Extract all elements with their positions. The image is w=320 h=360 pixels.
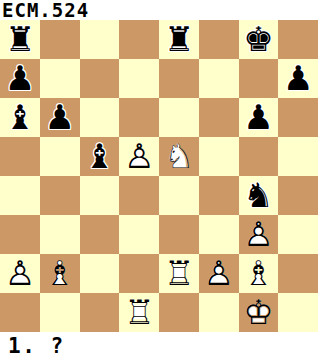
square-g8[interactable]: ♚ (239, 20, 279, 59)
piece-glyph-outline: ♙ (119, 137, 159, 176)
square-f6[interactable] (199, 98, 239, 137)
white-bishop: ♝♗ (239, 254, 279, 293)
square-d4[interactable] (119, 176, 159, 215)
square-g6[interactable]: ♟ (239, 98, 279, 137)
square-a5[interactable] (0, 137, 40, 176)
square-d5[interactable]: ♟♙ (119, 137, 159, 176)
white-rook: ♜♖ (119, 293, 159, 332)
white-pawn: ♟♙ (119, 137, 159, 176)
white-rook: ♜♖ (159, 254, 199, 293)
white-bishop: ♝♗ (40, 254, 80, 293)
square-f4[interactable] (199, 176, 239, 215)
black-pawn: ♟ (0, 59, 40, 98)
square-c1[interactable] (80, 293, 120, 332)
square-g3[interactable]: ♟♙ (239, 215, 279, 254)
square-h1[interactable] (278, 293, 318, 332)
square-e7[interactable] (159, 59, 199, 98)
square-f8[interactable] (199, 20, 239, 59)
square-a6[interactable]: ♝ (0, 98, 40, 137)
square-d8[interactable] (119, 20, 159, 59)
square-c7[interactable] (80, 59, 120, 98)
square-c4[interactable] (80, 176, 120, 215)
piece-glyph-outline: ♖ (119, 293, 159, 332)
square-a4[interactable] (0, 176, 40, 215)
piece-glyph-outline: ♙ (239, 215, 279, 254)
square-e1[interactable] (159, 293, 199, 332)
square-e8[interactable]: ♜ (159, 20, 199, 59)
square-d6[interactable] (119, 98, 159, 137)
square-c8[interactable] (80, 20, 120, 59)
square-e2[interactable]: ♜♖ (159, 254, 199, 293)
black-bishop: ♝ (0, 98, 40, 137)
square-h8[interactable] (278, 20, 318, 59)
white-pawn: ♟♙ (0, 254, 40, 293)
black-pawn: ♟ (239, 98, 279, 137)
square-f1[interactable] (199, 293, 239, 332)
square-e5[interactable]: ♞♘ (159, 137, 199, 176)
move-prompt: 1. ? (8, 336, 65, 357)
square-b2[interactable]: ♝♗ (40, 254, 80, 293)
square-b6[interactable]: ♟ (40, 98, 80, 137)
square-f2[interactable]: ♟♙ (199, 254, 239, 293)
square-d3[interactable] (119, 215, 159, 254)
square-a8[interactable]: ♜ (0, 20, 40, 59)
white-pawn: ♟♙ (199, 254, 239, 293)
square-b4[interactable] (40, 176, 80, 215)
square-a3[interactable] (0, 215, 40, 254)
square-e3[interactable] (159, 215, 199, 254)
piece-glyph-outline: ♙ (199, 254, 239, 293)
square-c5[interactable]: ♝ (80, 137, 120, 176)
black-pawn: ♟ (278, 59, 318, 98)
square-b7[interactable] (40, 59, 80, 98)
square-a1[interactable] (0, 293, 40, 332)
square-e4[interactable] (159, 176, 199, 215)
black-rook: ♜ (0, 20, 40, 59)
square-b5[interactable] (40, 137, 80, 176)
white-king: ♚♔ (239, 293, 279, 332)
black-rook: ♜ (159, 20, 199, 59)
piece-glyph-outline: ♘ (159, 137, 199, 176)
square-h5[interactable] (278, 137, 318, 176)
square-c2[interactable] (80, 254, 120, 293)
diagram-title: ECM.524 (2, 1, 89, 20)
square-g4[interactable]: ♞ (239, 176, 279, 215)
square-g5[interactable] (239, 137, 279, 176)
square-a2[interactable]: ♟♙ (0, 254, 40, 293)
white-knight: ♞♘ (159, 137, 199, 176)
square-c6[interactable] (80, 98, 120, 137)
piece-glyph-outline: ♔ (239, 293, 279, 332)
square-b3[interactable] (40, 215, 80, 254)
square-h2[interactable] (278, 254, 318, 293)
square-d1[interactable]: ♜♖ (119, 293, 159, 332)
piece-glyph-outline: ♗ (40, 254, 80, 293)
square-a7[interactable]: ♟ (0, 59, 40, 98)
black-pawn: ♟ (40, 98, 80, 137)
black-king: ♚ (239, 20, 279, 59)
square-f5[interactable] (199, 137, 239, 176)
piece-glyph-outline: ♙ (0, 254, 40, 293)
square-b1[interactable] (40, 293, 80, 332)
square-f3[interactable] (199, 215, 239, 254)
square-h3[interactable] (278, 215, 318, 254)
square-h4[interactable] (278, 176, 318, 215)
square-h6[interactable] (278, 98, 318, 137)
square-h7[interactable]: ♟ (278, 59, 318, 98)
piece-glyph-outline: ♗ (239, 254, 279, 293)
square-g1[interactable]: ♚♔ (239, 293, 279, 332)
square-c3[interactable] (80, 215, 120, 254)
square-f7[interactable] (199, 59, 239, 98)
square-b8[interactable] (40, 20, 80, 59)
white-pawn: ♟♙ (239, 215, 279, 254)
square-d7[interactable] (119, 59, 159, 98)
black-knight: ♞ (239, 176, 279, 215)
black-bishop: ♝ (80, 137, 120, 176)
square-e6[interactable] (159, 98, 199, 137)
piece-glyph-outline: ♖ (159, 254, 199, 293)
square-g2[interactable]: ♝♗ (239, 254, 279, 293)
square-d2[interactable] (119, 254, 159, 293)
chess-board: ♜♜♚♟♟♝♟♟♝♟♙♞♘♞♟♙♟♙♝♗♜♖♟♙♝♗♜♖♚♔ (0, 20, 318, 332)
square-g7[interactable] (239, 59, 279, 98)
